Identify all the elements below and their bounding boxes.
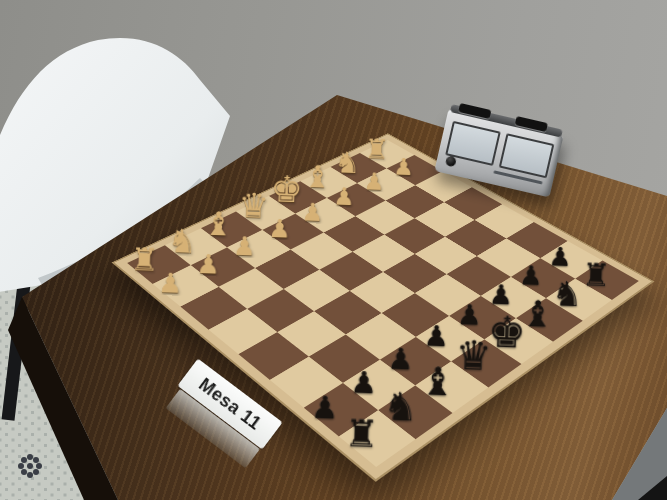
black-queen-d8[interactable]: ♛ xyxy=(455,336,492,377)
white-pawn-e2[interactable]: ♟ xyxy=(301,200,324,225)
black-pawn-e7[interactable]: ♟ xyxy=(457,301,483,329)
black-king-e8[interactable]: ♚ xyxy=(487,311,527,355)
black-pawn-f7[interactable]: ♟ xyxy=(489,281,514,309)
white-rook-a1[interactable]: ♜ xyxy=(130,244,159,276)
white-bishop-c1[interactable]: ♝ xyxy=(203,206,233,240)
black-pawn-b7[interactable]: ♟ xyxy=(350,367,378,398)
white-bishop-f1[interactable]: ♝ xyxy=(303,160,331,192)
clock-right-display xyxy=(499,133,555,178)
black-rook-h8[interactable]: ♜ xyxy=(582,259,611,291)
white-pawn-g2[interactable]: ♟ xyxy=(363,169,385,193)
black-knight-g8[interactable]: ♞ xyxy=(552,276,584,311)
white-pawn-a2[interactable]: ♟ xyxy=(158,269,183,297)
white-queen-d1[interactable]: ♛ xyxy=(238,189,270,224)
white-rook-h1[interactable]: ♜ xyxy=(364,135,389,163)
white-king-e1[interactable]: ♚ xyxy=(270,171,303,208)
black-pawn-d7[interactable]: ♟ xyxy=(423,322,449,351)
white-pawn-c2[interactable]: ♟ xyxy=(233,233,257,259)
white-pawn-d2[interactable]: ♟ xyxy=(268,216,291,242)
black-knight-b8[interactable]: ♞ xyxy=(383,387,419,427)
black-rook-a8[interactable]: ♜ xyxy=(344,415,379,454)
white-knight-g1[interactable]: ♞ xyxy=(334,147,361,177)
tournament-table-photo: ♜♟♟♜♞♟♟♞♝♟♟♝♚♟♟♚♛♟♟♛♝♟♟♝♞♟♟♞♜♟♟♜ Mesa 11 xyxy=(0,0,667,500)
black-pawn-g7[interactable]: ♟ xyxy=(519,262,543,289)
black-pawn-a7[interactable]: ♟ xyxy=(311,392,340,424)
white-pawn-h2[interactable]: ♟ xyxy=(393,155,414,179)
black-pawn-c7[interactable]: ♟ xyxy=(388,344,415,374)
black-pawn-h7[interactable]: ♟ xyxy=(548,244,572,270)
white-pawn-b2[interactable]: ♟ xyxy=(196,251,220,278)
black-bishop-c8[interactable]: ♝ xyxy=(420,361,456,401)
white-pawn-f2[interactable]: ♟ xyxy=(333,184,355,209)
white-knight-b1[interactable]: ♞ xyxy=(167,224,197,258)
